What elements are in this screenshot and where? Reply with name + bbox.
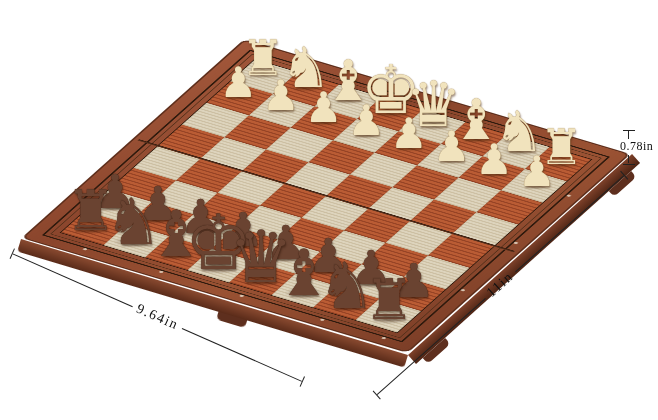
white-pawn-d2: ♟ xyxy=(390,113,428,155)
dimension-line-segment xyxy=(628,131,629,139)
white-pawn-c2: ♟ xyxy=(433,125,471,167)
white-pawn-e2: ♟ xyxy=(347,100,385,142)
white-pawn-a2: ♟ xyxy=(518,151,556,193)
white-pawn-f2: ♟ xyxy=(305,87,343,129)
white-pawn-b2: ♟ xyxy=(475,138,513,180)
black-rook-a8: ♜ xyxy=(364,273,414,329)
dimension-thickness-label: 0.78in xyxy=(620,139,653,154)
dimension-line-segment xyxy=(628,155,629,163)
pieces-layer: ♜♞♝♚♛♝♞♜♟♟♟♟♟♟♟♟♟♟♟♟♟♟♟♟♜♞♝♚♛♝♞♜ xyxy=(0,0,658,420)
dimension-tick xyxy=(623,164,635,165)
white-pawn-h2: ♟ xyxy=(219,61,257,103)
product-photo-scene: ♜♞♝♚♛♝♞♜♟♟♟♟♟♟♟♟♟♟♟♟♟♟♟♟♜♞♝♚♛♝♞♜ 9.64in … xyxy=(0,0,658,420)
white-pawn-g2: ♟ xyxy=(262,74,300,116)
dimension-tick xyxy=(623,130,635,131)
